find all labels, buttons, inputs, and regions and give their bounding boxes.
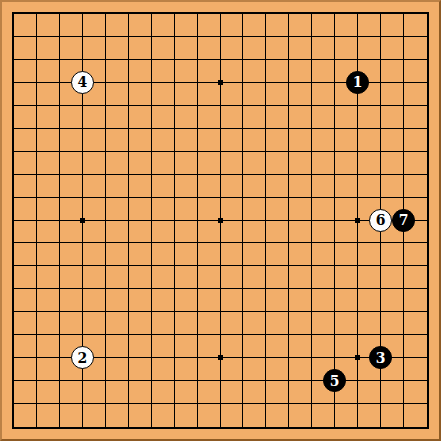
grid-cell [381, 266, 404, 289]
grid-cell [221, 243, 244, 266]
grid-cell [243, 14, 266, 37]
star-point [218, 355, 223, 360]
grid-cell [266, 60, 289, 83]
grid-cell [221, 175, 244, 198]
grid-cell [37, 404, 60, 427]
grid-cell [358, 106, 381, 129]
grid-cell [243, 175, 266, 198]
grid-cell [289, 312, 312, 335]
grid-cell [266, 83, 289, 106]
grid-cell [221, 312, 244, 335]
grid-cell [404, 175, 427, 198]
grid-cell [381, 14, 404, 37]
grid-cell [243, 358, 266, 381]
grid-cell [404, 37, 427, 60]
grid-cell [129, 243, 152, 266]
grid-cell [152, 152, 175, 175]
grid-cell [14, 152, 37, 175]
grid-cell [312, 83, 335, 106]
grid-cell [335, 221, 358, 244]
grid-cell [14, 289, 37, 312]
grid-cell [129, 289, 152, 312]
grid-cell [175, 198, 198, 221]
grid-cell [37, 381, 60, 404]
grid-cell [381, 152, 404, 175]
grid-cell [266, 404, 289, 427]
grid-cell [243, 404, 266, 427]
star-point [218, 218, 223, 223]
grid-cell [266, 266, 289, 289]
grid-cell [289, 198, 312, 221]
grid-cell [221, 358, 244, 381]
grid-cell [243, 37, 266, 60]
grid-cell [381, 106, 404, 129]
grid-cell [289, 404, 312, 427]
stone-number: 4 [77, 75, 87, 89]
grid-cell [404, 152, 427, 175]
grid-cell [266, 37, 289, 60]
grid-cell [198, 404, 221, 427]
grid-cell [106, 289, 129, 312]
grid-cell [129, 266, 152, 289]
grid-cell [14, 266, 37, 289]
grid-cell [175, 37, 198, 60]
grid-cell [152, 175, 175, 198]
grid-cell [83, 14, 106, 37]
grid-cell [312, 404, 335, 427]
grid-cell [152, 129, 175, 152]
grid-cell [198, 266, 221, 289]
grid-cell [289, 381, 312, 404]
grid-cell [266, 312, 289, 335]
grid-cell [37, 129, 60, 152]
grid-cell [289, 289, 312, 312]
grid-cell [83, 312, 106, 335]
grid-cell [221, 37, 244, 60]
grid-cell [198, 358, 221, 381]
grid-cell [175, 60, 198, 83]
grid-cell [175, 358, 198, 381]
grid-cell [381, 381, 404, 404]
grid-cell [266, 152, 289, 175]
grid-cell [221, 381, 244, 404]
grid-cell [198, 83, 221, 106]
grid-cell [289, 106, 312, 129]
grid-cell [14, 335, 37, 358]
grid-cell [106, 129, 129, 152]
grid-cell [14, 14, 37, 37]
grid-cell [335, 129, 358, 152]
grid-cell [152, 83, 175, 106]
grid-cell [83, 221, 106, 244]
grid-cell [14, 221, 37, 244]
grid-cell [404, 14, 427, 37]
grid-cell [37, 358, 60, 381]
grid-cell [37, 266, 60, 289]
grid-cell [358, 404, 381, 427]
grid-cell [243, 335, 266, 358]
grid-cell [312, 129, 335, 152]
grid-cell [14, 83, 37, 106]
grid-cell [335, 175, 358, 198]
grid-cell [106, 83, 129, 106]
grid-cell [221, 335, 244, 358]
grid-cell [404, 60, 427, 83]
grid-cell [175, 312, 198, 335]
grid-cell [335, 106, 358, 129]
grid-cell [198, 14, 221, 37]
grid-cell [289, 243, 312, 266]
grid-cell [83, 152, 106, 175]
grid-cell [381, 129, 404, 152]
grid-cell [312, 243, 335, 266]
grid-cell [37, 221, 60, 244]
grid-cell [221, 152, 244, 175]
grid-cell [266, 358, 289, 381]
grid-cell [129, 335, 152, 358]
grid-cell [381, 312, 404, 335]
grid-cell [37, 312, 60, 335]
grid-cell [175, 129, 198, 152]
grid-cell [381, 83, 404, 106]
stone-number: 6 [376, 213, 386, 227]
grid-cell [175, 175, 198, 198]
grid-cell [266, 14, 289, 37]
grid-cell [221, 14, 244, 37]
grid-cell [243, 83, 266, 106]
grid-cell [152, 335, 175, 358]
grid-cell [175, 243, 198, 266]
grid-cell [198, 175, 221, 198]
grid-cell [404, 266, 427, 289]
grid-cell [152, 198, 175, 221]
grid-cell [175, 83, 198, 106]
grid-cell [14, 129, 37, 152]
grid-cell [289, 266, 312, 289]
grid-cell [243, 152, 266, 175]
grid-cell [129, 198, 152, 221]
grid-cell [243, 266, 266, 289]
grid-cell [358, 37, 381, 60]
grid-cell [14, 312, 37, 335]
grid-cell [404, 404, 427, 427]
grid-cell [129, 37, 152, 60]
grid-cell [221, 221, 244, 244]
grid-cell [312, 266, 335, 289]
grid-cell [152, 14, 175, 37]
grid-cell [129, 221, 152, 244]
grid-cell [289, 358, 312, 381]
grid-cell [60, 243, 83, 266]
grid-cell [60, 312, 83, 335]
grid-cell [14, 198, 37, 221]
grid-cell [106, 266, 129, 289]
grid-cell [358, 266, 381, 289]
grid-cell [60, 14, 83, 37]
grid-cell [106, 312, 129, 335]
grid-cell [221, 106, 244, 129]
grid-cell [221, 289, 244, 312]
grid-cell [404, 106, 427, 129]
grid-cell [198, 106, 221, 129]
grid-cell [358, 129, 381, 152]
star-point [355, 218, 360, 223]
grid-cell [152, 37, 175, 60]
grid-cell [60, 289, 83, 312]
grid-cell [312, 14, 335, 37]
go-board[interactable]: 1234567 [0, 0, 441, 441]
stone-number: 7 [399, 213, 409, 227]
stone-white-6[interactable]: 6 [369, 209, 392, 232]
grid-cell [106, 14, 129, 37]
stone-number: 5 [330, 374, 340, 388]
grid-cell [129, 152, 152, 175]
grid-cell [152, 312, 175, 335]
grid-cell [60, 152, 83, 175]
grid-cell [14, 37, 37, 60]
grid-cell [266, 381, 289, 404]
grid-cell [60, 221, 83, 244]
grid-cell [152, 266, 175, 289]
grid-cell [83, 289, 106, 312]
grid-cell [381, 289, 404, 312]
grid-cell [221, 198, 244, 221]
grid-cell [83, 404, 106, 427]
grid-cell [404, 243, 427, 266]
grid-cell [14, 243, 37, 266]
stone-white-4[interactable]: 4 [71, 71, 94, 94]
grid-cell [175, 335, 198, 358]
grid-cell [60, 404, 83, 427]
grid-cell [83, 175, 106, 198]
grid-cell [152, 243, 175, 266]
grid-cell [60, 106, 83, 129]
grid-cell [106, 106, 129, 129]
grid-cell [14, 358, 37, 381]
star-point [218, 80, 223, 85]
grid-cell [83, 381, 106, 404]
grid-cell [60, 129, 83, 152]
grid-cell [289, 152, 312, 175]
grid-cell [129, 14, 152, 37]
grid-cell [381, 37, 404, 60]
grid-cell [129, 404, 152, 427]
grid-cell [312, 60, 335, 83]
grid-cell [129, 106, 152, 129]
grid-cell [266, 243, 289, 266]
grid-cell [358, 312, 381, 335]
grid-cell [152, 404, 175, 427]
grid-cell [289, 37, 312, 60]
grid-cell [129, 60, 152, 83]
grid-cell [312, 289, 335, 312]
grid-cell [152, 381, 175, 404]
grid-cell [312, 37, 335, 60]
grid-cell [175, 14, 198, 37]
grid-cell [14, 175, 37, 198]
grid-cell [37, 289, 60, 312]
grid-cell [14, 381, 37, 404]
grid-cell [312, 175, 335, 198]
grid-cell [335, 312, 358, 335]
grid-cell [404, 129, 427, 152]
grid-cell [404, 289, 427, 312]
grid-cell [198, 221, 221, 244]
grid-cell [266, 335, 289, 358]
grid-cell [335, 289, 358, 312]
grid-cell [335, 243, 358, 266]
grid-cell [289, 129, 312, 152]
grid-cell [83, 198, 106, 221]
grid-cell [404, 312, 427, 335]
grid-cell [335, 404, 358, 427]
grid-cell [37, 243, 60, 266]
grid-cell [129, 175, 152, 198]
grid-cell [266, 129, 289, 152]
grid-cell [198, 312, 221, 335]
grid-cell [289, 175, 312, 198]
grid-cell [198, 152, 221, 175]
grid-cell [60, 266, 83, 289]
grid-cell [381, 243, 404, 266]
grid-cell [221, 83, 244, 106]
grid-cell [152, 221, 175, 244]
grid-cell [83, 266, 106, 289]
grid-cell [243, 243, 266, 266]
grid-cell [243, 129, 266, 152]
grid-cell [106, 358, 129, 381]
grid-cell [37, 198, 60, 221]
grid-cell [129, 358, 152, 381]
grid-cell [221, 60, 244, 83]
grid-cell [358, 243, 381, 266]
grid-cell [312, 312, 335, 335]
grid-cell [335, 266, 358, 289]
stone-black-1[interactable]: 1 [346, 71, 369, 94]
grid-cell [175, 404, 198, 427]
grid-cell [381, 60, 404, 83]
grid-cell [404, 358, 427, 381]
grid-cell [106, 152, 129, 175]
grid-cell [335, 14, 358, 37]
grid-cell [37, 60, 60, 83]
grid-cell [404, 381, 427, 404]
grid-cell [221, 404, 244, 427]
grid-cell [381, 175, 404, 198]
grid-cell [175, 289, 198, 312]
grid-cell [243, 221, 266, 244]
grid-cell [37, 175, 60, 198]
grid-cell [106, 175, 129, 198]
grid-cell [106, 243, 129, 266]
grid-cell [243, 60, 266, 83]
grid-cell [358, 152, 381, 175]
grid-cell [106, 381, 129, 404]
grid-cell [312, 335, 335, 358]
grid-cell [198, 289, 221, 312]
grid-cell [106, 221, 129, 244]
grid-cell [243, 198, 266, 221]
star-point [80, 218, 85, 223]
grid-cell [175, 221, 198, 244]
grid-cell [175, 381, 198, 404]
grid-cell [129, 129, 152, 152]
stone-white-2[interactable]: 2 [71, 346, 94, 369]
grid-cell [14, 106, 37, 129]
grid-cell [152, 106, 175, 129]
grid-cell [312, 106, 335, 129]
grid-cell [358, 175, 381, 198]
grid-cell [312, 198, 335, 221]
grid-cell [83, 106, 106, 129]
grid-cell [60, 381, 83, 404]
grid-cell [312, 221, 335, 244]
grid-cell [289, 221, 312, 244]
grid-cell [106, 198, 129, 221]
grid-cell [289, 14, 312, 37]
grid-cell [83, 243, 106, 266]
grid-cell [60, 175, 83, 198]
grid-cell [37, 83, 60, 106]
grid-cell [198, 129, 221, 152]
grid-cell [358, 289, 381, 312]
grid-cell [221, 129, 244, 152]
grid-cell [198, 37, 221, 60]
grid-cell [129, 83, 152, 106]
star-point [355, 355, 360, 360]
grid-cell [266, 221, 289, 244]
grid-cell [404, 83, 427, 106]
grid-cell [14, 60, 37, 83]
grid-cell [266, 289, 289, 312]
grid-cell [37, 106, 60, 129]
grid-cell [243, 289, 266, 312]
grid-cell [289, 83, 312, 106]
grid-cell [37, 14, 60, 37]
grid-cell [198, 381, 221, 404]
grid-cell [37, 335, 60, 358]
grid-cell [335, 37, 358, 60]
grid-cell [129, 381, 152, 404]
grid-cell [266, 175, 289, 198]
grid-cell [175, 152, 198, 175]
grid-cell [129, 312, 152, 335]
grid-cell [152, 289, 175, 312]
grid-cell [152, 60, 175, 83]
grid-cell [37, 152, 60, 175]
grid-cell [312, 152, 335, 175]
grid-cell [83, 129, 106, 152]
grid-cell [335, 152, 358, 175]
grid-cell [60, 37, 83, 60]
grid-cell [198, 243, 221, 266]
grid-cell [221, 266, 244, 289]
stone-number: 2 [77, 351, 87, 365]
grid-cell [289, 335, 312, 358]
stone-black-7[interactable]: 7 [392, 209, 415, 232]
grid-cell [106, 404, 129, 427]
grid-cell [175, 106, 198, 129]
grid-cell [106, 37, 129, 60]
grid-cell [381, 404, 404, 427]
grid-cell [152, 358, 175, 381]
grid-cell [37, 37, 60, 60]
stone-number: 3 [376, 351, 386, 365]
grid-cell [266, 198, 289, 221]
grid-cell [289, 60, 312, 83]
grid-cell [83, 37, 106, 60]
grid-cell [106, 335, 129, 358]
